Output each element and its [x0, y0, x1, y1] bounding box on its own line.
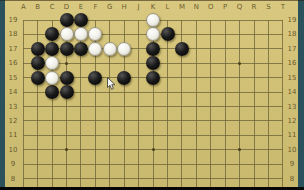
black-stone	[31, 71, 45, 85]
coordinate-label-right: 9	[290, 161, 294, 168]
star-point	[238, 62, 241, 65]
coordinate-label-right: 8	[290, 175, 294, 182]
black-stone	[45, 42, 59, 56]
coordinate-label-right: 11	[288, 132, 297, 139]
coordinate-label-top: P	[223, 4, 227, 11]
top-border-line	[0, 0, 304, 1]
black-stone	[74, 42, 88, 56]
coordinate-label-left: 12	[9, 117, 18, 124]
star-point	[65, 62, 68, 65]
coordinate-label-right: 16	[288, 60, 297, 67]
grid-line	[268, 20, 269, 187]
coordinate-label-top: H	[122, 4, 127, 11]
black-stone	[74, 13, 88, 27]
grid-line	[254, 20, 255, 187]
grid-line	[239, 20, 240, 187]
white-stone	[117, 42, 131, 56]
grid-line	[225, 20, 226, 187]
coordinate-label-top: M	[179, 4, 185, 11]
white-stone	[45, 71, 59, 85]
black-stone	[31, 56, 45, 70]
coordinate-label-top: T	[281, 4, 285, 11]
grid-line	[167, 20, 168, 187]
coordinate-label-top: S	[266, 4, 270, 11]
go-app-window: ABCDEFGHJKLMNOPQRST191918181717161615151…	[0, 0, 304, 190]
coordinate-label-top: O	[208, 4, 214, 11]
mouse-cursor-icon	[107, 77, 117, 91]
black-stone	[117, 71, 131, 85]
coordinate-label-right: 12	[288, 117, 297, 124]
grid-line	[23, 106, 284, 107]
grid-line	[196, 20, 197, 187]
coordinate-label-right: 18	[288, 31, 297, 38]
coordinate-label-left: 9	[11, 161, 15, 168]
coordinate-label-left: 13	[9, 103, 18, 110]
grid-line	[282, 20, 283, 187]
black-stone	[60, 13, 74, 27]
coordinate-label-top: R	[252, 4, 257, 11]
black-stone	[60, 71, 74, 85]
black-stone	[88, 71, 102, 85]
coordinate-label-right: 10	[288, 146, 297, 153]
bottom-border-bar	[0, 187, 304, 190]
left-border-bar	[0, 0, 5, 190]
coordinate-label-right: 13	[288, 103, 297, 110]
grid-line	[23, 178, 284, 179]
coordinate-label-top: F	[93, 4, 97, 11]
coordinate-label-left: 15	[9, 74, 18, 81]
coordinate-label-top: K	[151, 4, 156, 11]
coordinate-label-left: 8	[11, 175, 15, 182]
coordinate-label-top: J	[138, 4, 140, 11]
black-stone	[146, 42, 160, 56]
white-stone	[60, 27, 74, 41]
coordinate-label-right: 17	[288, 45, 297, 52]
coordinate-label-top: B	[35, 4, 40, 11]
white-stone	[146, 13, 160, 27]
right-border-bar	[298, 0, 304, 190]
coordinate-label-left: 16	[9, 60, 18, 67]
black-stone	[175, 42, 189, 56]
coordinate-label-left: 18	[9, 31, 18, 38]
grid-line	[23, 135, 284, 136]
grid-line	[210, 20, 211, 187]
coordinate-label-top: C	[50, 4, 55, 11]
coordinate-label-left: 10	[9, 146, 18, 153]
coordinate-label-top: G	[107, 4, 112, 11]
coordinate-label-left: 19	[9, 17, 18, 24]
coordinate-label-top: Q	[237, 4, 243, 11]
coordinate-label-top: L	[166, 4, 170, 11]
coordinate-label-right: 14	[288, 89, 297, 96]
coordinate-label-right: 19	[288, 17, 297, 24]
coordinate-label-right: 15	[288, 74, 297, 81]
grid-line	[138, 20, 139, 187]
black-stone	[60, 85, 74, 99]
star-point	[152, 148, 155, 151]
grid-line	[23, 20, 24, 187]
grid-line	[23, 120, 284, 121]
coordinate-label-left: 17	[9, 45, 18, 52]
coordinate-label-top: E	[79, 4, 83, 11]
grid-line	[23, 164, 284, 165]
coordinate-label-top: A	[21, 4, 26, 11]
black-stone	[161, 27, 175, 41]
white-stone	[103, 42, 117, 56]
coordinate-label-top: D	[64, 4, 69, 11]
coordinate-label-top: N	[194, 4, 199, 11]
coordinate-label-left: 14	[9, 89, 18, 96]
black-stone	[146, 71, 160, 85]
coordinate-label-left: 11	[9, 132, 18, 139]
black-stone	[60, 42, 74, 56]
black-stone	[31, 42, 45, 56]
